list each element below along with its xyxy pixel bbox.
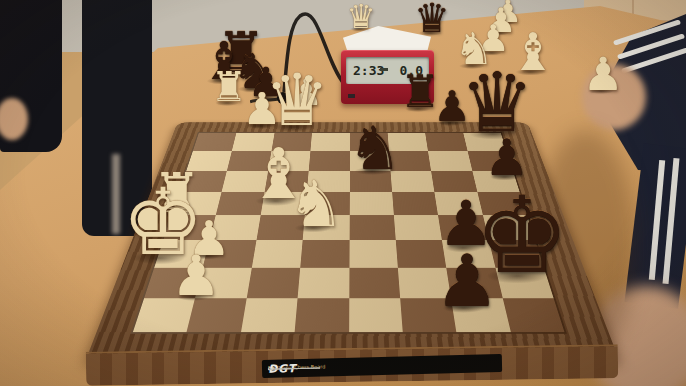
- square-a2: [232, 133, 274, 151]
- square-e4: [303, 215, 350, 240]
- square-d3: [261, 192, 307, 215]
- square-b7: [428, 151, 472, 171]
- square-g4: [298, 268, 349, 299]
- square-g2: [195, 268, 251, 299]
- ce-mark: CE: [268, 366, 275, 372]
- square-b2: [227, 151, 271, 171]
- square-f1: [154, 240, 210, 268]
- square-d5: [349, 192, 393, 215]
- square-g7: [446, 268, 502, 299]
- square-b1: [186, 151, 232, 171]
- square-f3: [252, 240, 303, 268]
- square-a5: [350, 133, 389, 151]
- square-h4: [295, 298, 349, 332]
- square-d1: [172, 192, 222, 215]
- floor-gap: [112, 154, 120, 234]
- clock-time-right: 0.0: [400, 57, 423, 84]
- square-g8: [495, 268, 553, 299]
- chess-board-grid: [130, 132, 566, 334]
- square-e6: [394, 215, 442, 240]
- square-a4: [311, 133, 350, 151]
- square-g3: [246, 268, 300, 299]
- square-h7: [451, 298, 510, 332]
- square-e8: [483, 215, 535, 240]
- square-h1: [133, 298, 195, 332]
- square-h6: [400, 298, 457, 332]
- clock-flag-indicator: [380, 68, 388, 71]
- player-right-hand: [582, 64, 646, 130]
- square-d6: [392, 192, 438, 215]
- square-e7: [438, 215, 488, 240]
- square-d7: [435, 192, 483, 215]
- square-h3: [241, 298, 298, 332]
- square-b4: [309, 151, 350, 171]
- square-b8: [467, 151, 512, 171]
- dgt-clock: 2:33 0.0: [341, 50, 434, 104]
- square-c2: [222, 171, 268, 192]
- clock-buttons: [348, 92, 427, 100]
- square-a8: [463, 133, 507, 151]
- square-f6: [396, 240, 447, 268]
- square-c5: [349, 171, 392, 192]
- chess-board-frame: [85, 122, 620, 362]
- square-e3: [256, 215, 305, 240]
- square-f8: [489, 240, 544, 268]
- square-e2: [210, 215, 261, 240]
- square-c6: [390, 171, 434, 192]
- square-d4: [305, 192, 350, 215]
- square-c7: [431, 171, 477, 192]
- square-f5: [349, 240, 398, 268]
- square-a6: [388, 133, 429, 151]
- square-e1: [163, 215, 216, 240]
- square-b3: [268, 151, 311, 171]
- square-d8: [477, 192, 527, 215]
- square-c8: [472, 171, 520, 192]
- square-g1: [144, 268, 203, 299]
- square-g5: [349, 268, 400, 299]
- square-a1: [193, 133, 237, 151]
- square-c1: [179, 171, 227, 192]
- square-d2: [216, 192, 264, 215]
- square-a3: [271, 133, 312, 151]
- square-h8: [502, 298, 564, 332]
- square-a7: [425, 133, 467, 151]
- square-f4: [300, 240, 349, 268]
- square-c3: [264, 171, 308, 192]
- square-g6: [398, 268, 452, 299]
- square-c4: [307, 171, 350, 192]
- square-e5: [349, 215, 395, 240]
- square-h5: [349, 298, 403, 332]
- square-h2: [187, 298, 247, 332]
- square-f2: [203, 240, 256, 268]
- square-b6: [389, 151, 431, 171]
- video-frame: Electronic Chess Board DGT CE 2:33 0.0 ♟…: [0, 0, 686, 386]
- square-f7: [442, 240, 495, 268]
- square-b5: [350, 151, 391, 171]
